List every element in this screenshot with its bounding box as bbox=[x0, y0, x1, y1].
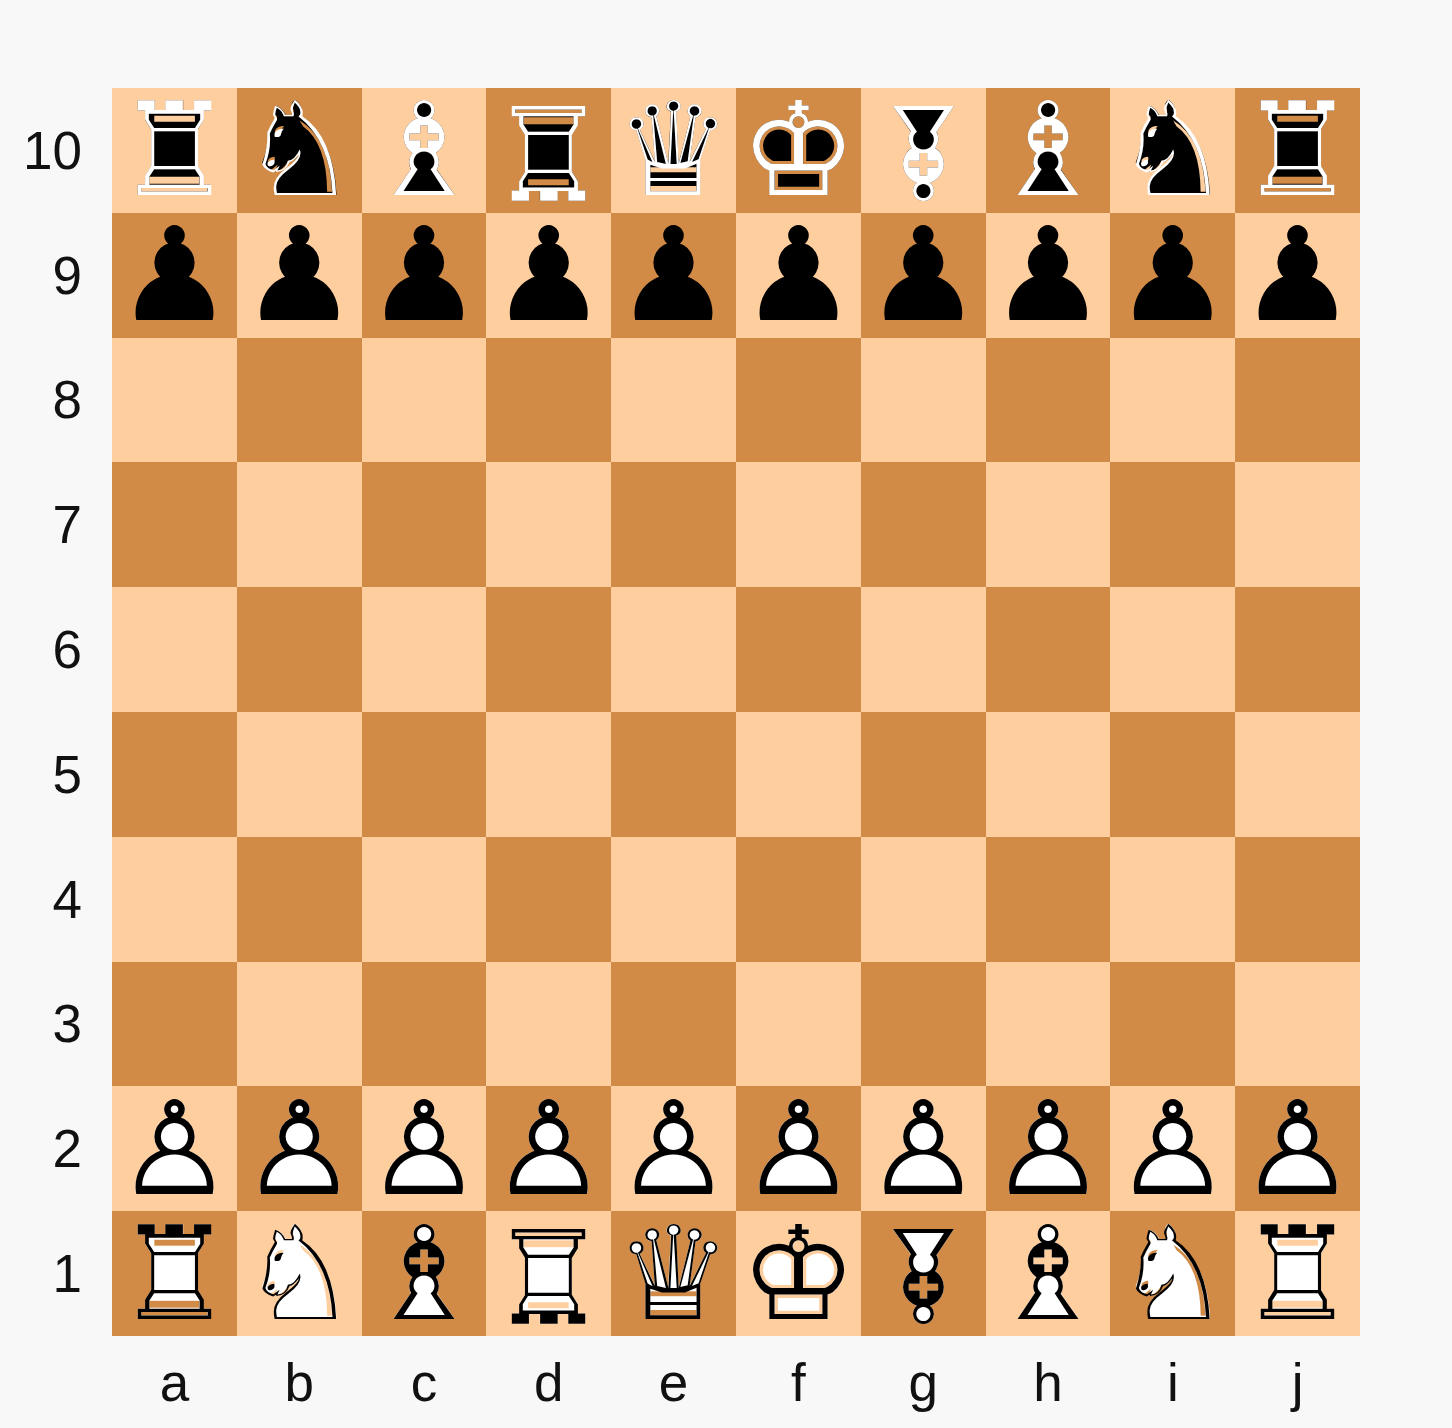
piece-outline: ♗ bbox=[861, 1211, 986, 1336]
white-knight: ♞♘ bbox=[237, 1211, 362, 1336]
square-g3[interactable] bbox=[861, 962, 986, 1087]
black-rook: ♜♖ bbox=[1235, 88, 1360, 213]
piece-outline: ♖ bbox=[486, 1211, 611, 1336]
square-c6[interactable] bbox=[362, 587, 487, 712]
square-f9[interactable]: ♟ bbox=[736, 213, 861, 338]
square-g6[interactable] bbox=[861, 587, 986, 712]
piece-fill: ♟ bbox=[861, 213, 986, 338]
black-pawn: ♟ bbox=[112, 213, 237, 338]
black-bishop: ♝♗ bbox=[362, 88, 487, 213]
white-pawn: ♟♙ bbox=[112, 1086, 237, 1211]
square-e10[interactable]: ♛♕ bbox=[611, 88, 736, 213]
square-e3[interactable] bbox=[611, 962, 736, 1087]
square-j2[interactable]: ♟♙ bbox=[1235, 1086, 1360, 1211]
square-i6[interactable] bbox=[1110, 587, 1235, 712]
square-h3[interactable] bbox=[986, 962, 1111, 1087]
rank-label-3: 3 bbox=[0, 962, 112, 1087]
square-f1[interactable]: ♚♔ bbox=[736, 1211, 861, 1336]
piece-fill: ♟ bbox=[1235, 213, 1360, 338]
square-i3[interactable] bbox=[1110, 962, 1235, 1087]
piece-outline: ♖ bbox=[112, 88, 237, 213]
square-h7[interactable] bbox=[986, 462, 1111, 587]
square-a7[interactable] bbox=[112, 462, 237, 587]
white-pawn: ♟♙ bbox=[486, 1086, 611, 1211]
black-knight: ♞♘ bbox=[237, 88, 362, 213]
square-d10[interactable]: ♜♖ bbox=[486, 88, 611, 213]
square-j6[interactable] bbox=[1235, 587, 1360, 712]
black-pawn: ♟ bbox=[1235, 213, 1360, 338]
file-labels: abcdefghij bbox=[112, 1336, 1360, 1428]
board: ♜♖♞♘♝♗♜♖♛♕♚♔♝♗♝♗♞♘♜♖♟♟♟♟♟♟♟♟♟♟♟♙♟♙♟♙♟♙♟♙… bbox=[112, 88, 1360, 1336]
square-c8[interactable] bbox=[362, 338, 487, 463]
square-g4[interactable] bbox=[861, 837, 986, 962]
black-pawn: ♟ bbox=[736, 213, 861, 338]
square-e8[interactable] bbox=[611, 338, 736, 463]
square-g9[interactable]: ♟ bbox=[861, 213, 986, 338]
square-d4[interactable] bbox=[486, 837, 611, 962]
black-pawn: ♟ bbox=[237, 213, 362, 338]
square-i9[interactable]: ♟ bbox=[1110, 213, 1235, 338]
piece-outline: ♙ bbox=[486, 1086, 611, 1211]
black-pawn: ♟ bbox=[611, 213, 736, 338]
rank-label-4: 4 bbox=[0, 837, 112, 962]
file-label-a: a bbox=[112, 1336, 237, 1428]
black-pawn: ♟ bbox=[486, 213, 611, 338]
piece-fill: ♟ bbox=[1110, 213, 1235, 338]
piece-fill: ♟ bbox=[362, 213, 487, 338]
square-a9[interactable]: ♟ bbox=[112, 213, 237, 338]
file-label-g: g bbox=[861, 1336, 986, 1428]
square-b2[interactable]: ♟♙ bbox=[237, 1086, 362, 1211]
white-pawn: ♟♙ bbox=[362, 1086, 487, 1211]
square-b9[interactable]: ♟ bbox=[237, 213, 362, 338]
square-f3[interactable] bbox=[736, 962, 861, 1087]
white-pawn: ♟♙ bbox=[861, 1086, 986, 1211]
square-d7[interactable] bbox=[486, 462, 611, 587]
square-i8[interactable] bbox=[1110, 338, 1235, 463]
white-rook: ♜♖ bbox=[112, 1211, 237, 1336]
square-h6[interactable] bbox=[986, 587, 1111, 712]
square-i4[interactable] bbox=[1110, 837, 1235, 962]
piece-outline: ♙ bbox=[1235, 1086, 1360, 1211]
piece-outline: ♘ bbox=[1110, 88, 1235, 213]
square-a2[interactable]: ♟♙ bbox=[112, 1086, 237, 1211]
black-pawn: ♟ bbox=[362, 213, 487, 338]
square-f7[interactable] bbox=[736, 462, 861, 587]
square-d9[interactable]: ♟ bbox=[486, 213, 611, 338]
piece-outline: ♘ bbox=[1110, 1211, 1235, 1336]
square-b8[interactable] bbox=[237, 338, 362, 463]
square-d5[interactable] bbox=[486, 712, 611, 837]
square-f2[interactable]: ♟♙ bbox=[736, 1086, 861, 1211]
file-label-i: i bbox=[1110, 1336, 1235, 1428]
white-pawn: ♟♙ bbox=[237, 1086, 362, 1211]
square-c5[interactable] bbox=[362, 712, 487, 837]
square-h2[interactable]: ♟♙ bbox=[986, 1086, 1111, 1211]
piece-outline: ♙ bbox=[362, 1086, 487, 1211]
piece-outline: ♖ bbox=[112, 1211, 237, 1336]
rank-labels: 10987654321 bbox=[0, 88, 112, 1336]
square-h1[interactable]: ♝♗ bbox=[986, 1211, 1111, 1336]
square-f5[interactable] bbox=[736, 712, 861, 837]
white-queen: ♛♕ bbox=[611, 1211, 736, 1336]
piece-outline: ♗ bbox=[986, 88, 1111, 213]
square-a4[interactable] bbox=[112, 837, 237, 962]
square-j1[interactable]: ♜♖ bbox=[1235, 1211, 1360, 1336]
square-i10[interactable]: ♞♘ bbox=[1110, 88, 1235, 213]
square-d6[interactable] bbox=[486, 587, 611, 712]
black-archbishop: ♝♗ bbox=[861, 88, 986, 213]
piece-fill: ♟ bbox=[986, 213, 1111, 338]
square-e9[interactable]: ♟ bbox=[611, 213, 736, 338]
black-king: ♚♔ bbox=[736, 88, 861, 213]
black-pawn: ♟ bbox=[861, 213, 986, 338]
piece-outline: ♙ bbox=[986, 1086, 1111, 1211]
piece-outline: ♗ bbox=[362, 1211, 487, 1336]
file-label-h: h bbox=[986, 1336, 1111, 1428]
square-h10[interactable]: ♝♗ bbox=[986, 88, 1111, 213]
square-f8[interactable] bbox=[736, 338, 861, 463]
square-j3[interactable] bbox=[1235, 962, 1360, 1087]
square-g1[interactable]: ♝♗ bbox=[861, 1211, 986, 1336]
white-pawn: ♟♙ bbox=[611, 1086, 736, 1211]
black-pawn: ♟ bbox=[986, 213, 1111, 338]
piece-outline: ♕ bbox=[611, 1211, 736, 1336]
black-bishop: ♝♗ bbox=[986, 88, 1111, 213]
square-i7[interactable] bbox=[1110, 462, 1235, 587]
square-i2[interactable]: ♟♙ bbox=[1110, 1086, 1235, 1211]
piece-outline: ♗ bbox=[861, 88, 986, 213]
square-a8[interactable] bbox=[112, 338, 237, 463]
piece-outline: ♙ bbox=[237, 1086, 362, 1211]
square-c3[interactable] bbox=[362, 962, 487, 1087]
piece-outline: ♕ bbox=[611, 88, 736, 213]
square-j10[interactable]: ♜♖ bbox=[1235, 88, 1360, 213]
square-a1[interactable]: ♜♖ bbox=[112, 1211, 237, 1336]
file-label-e: e bbox=[611, 1336, 736, 1428]
black-queen: ♛♕ bbox=[611, 88, 736, 213]
white-pawn: ♟♙ bbox=[1235, 1086, 1360, 1211]
white-chancellor: ♜♖ bbox=[486, 1211, 611, 1336]
white-rook: ♜♖ bbox=[1235, 1211, 1360, 1336]
square-b7[interactable] bbox=[237, 462, 362, 587]
square-f6[interactable] bbox=[736, 587, 861, 712]
square-a10[interactable]: ♜♖ bbox=[112, 88, 237, 213]
piece-outline: ♗ bbox=[362, 88, 487, 213]
rank-label-6: 6 bbox=[0, 587, 112, 712]
piece-outline: ♙ bbox=[611, 1086, 736, 1211]
piece-outline: ♘ bbox=[237, 1211, 362, 1336]
white-pawn: ♟♙ bbox=[986, 1086, 1111, 1211]
square-b5[interactable] bbox=[237, 712, 362, 837]
square-b4[interactable] bbox=[237, 837, 362, 962]
square-c10[interactable]: ♝♗ bbox=[362, 88, 487, 213]
square-c2[interactable]: ♟♙ bbox=[362, 1086, 487, 1211]
piece-outline: ♙ bbox=[112, 1086, 237, 1211]
square-g7[interactable] bbox=[861, 462, 986, 587]
black-chancellor: ♜♖ bbox=[486, 88, 611, 213]
rank-label-7: 7 bbox=[0, 462, 112, 587]
square-j9[interactable]: ♟ bbox=[1235, 213, 1360, 338]
white-archbishop: ♝♗ bbox=[861, 1211, 986, 1336]
black-pawn: ♟ bbox=[1110, 213, 1235, 338]
square-e1[interactable]: ♛♕ bbox=[611, 1211, 736, 1336]
black-rook: ♜♖ bbox=[112, 88, 237, 213]
piece-outline: ♘ bbox=[237, 88, 362, 213]
piece-outline: ♖ bbox=[1235, 88, 1360, 213]
black-knight: ♞♘ bbox=[1110, 88, 1235, 213]
square-j7[interactable] bbox=[1235, 462, 1360, 587]
chess-variant-diagram: 10987654321 ♜♖♞♘♝♗♜♖♛♕♚♔♝♗♝♗♞♘♜♖♟♟♟♟♟♟♟♟… bbox=[0, 0, 1452, 1428]
rank-label-10: 10 bbox=[0, 88, 112, 213]
piece-fill: ♟ bbox=[486, 213, 611, 338]
file-label-j: j bbox=[1235, 1336, 1360, 1428]
square-g2[interactable]: ♟♙ bbox=[861, 1086, 986, 1211]
white-king: ♚♔ bbox=[736, 1211, 861, 1336]
square-b1[interactable]: ♞♘ bbox=[237, 1211, 362, 1336]
white-bishop: ♝♗ bbox=[986, 1211, 1111, 1336]
rank-label-5: 5 bbox=[0, 712, 112, 837]
white-pawn: ♟♙ bbox=[736, 1086, 861, 1211]
square-d1[interactable]: ♜♖ bbox=[486, 1211, 611, 1336]
file-label-c: c bbox=[362, 1336, 487, 1428]
square-c7[interactable] bbox=[362, 462, 487, 587]
square-h5[interactable] bbox=[986, 712, 1111, 837]
piece-fill: ♟ bbox=[611, 213, 736, 338]
rank-label-1: 1 bbox=[0, 1211, 112, 1336]
square-a6[interactable] bbox=[112, 587, 237, 712]
square-b10[interactable]: ♞♘ bbox=[237, 88, 362, 213]
file-label-f: f bbox=[736, 1336, 861, 1428]
square-f10[interactable]: ♚♔ bbox=[736, 88, 861, 213]
piece-outline: ♙ bbox=[861, 1086, 986, 1211]
square-e6[interactable] bbox=[611, 587, 736, 712]
square-e4[interactable] bbox=[611, 837, 736, 962]
white-bishop: ♝♗ bbox=[362, 1211, 487, 1336]
square-j4[interactable] bbox=[1235, 837, 1360, 962]
square-d8[interactable] bbox=[486, 338, 611, 463]
file-label-b: b bbox=[237, 1336, 362, 1428]
square-h4[interactable] bbox=[986, 837, 1111, 962]
square-e2[interactable]: ♟♙ bbox=[611, 1086, 736, 1211]
square-f4[interactable] bbox=[736, 837, 861, 962]
square-h9[interactable]: ♟ bbox=[986, 213, 1111, 338]
square-e7[interactable] bbox=[611, 462, 736, 587]
rank-label-8: 8 bbox=[0, 338, 112, 463]
square-h8[interactable] bbox=[986, 338, 1111, 463]
square-g5[interactable] bbox=[861, 712, 986, 837]
square-b3[interactable] bbox=[237, 962, 362, 1087]
piece-outline: ♖ bbox=[1235, 1211, 1360, 1336]
square-e5[interactable] bbox=[611, 712, 736, 837]
file-label-d: d bbox=[486, 1336, 611, 1428]
square-j8[interactable] bbox=[1235, 338, 1360, 463]
square-d2[interactable]: ♟♙ bbox=[486, 1086, 611, 1211]
piece-outline: ♖ bbox=[486, 88, 611, 213]
square-g8[interactable] bbox=[861, 338, 986, 463]
square-c9[interactable]: ♟ bbox=[362, 213, 487, 338]
piece-fill: ♟ bbox=[112, 213, 237, 338]
piece-outline: ♙ bbox=[1110, 1086, 1235, 1211]
piece-outline: ♔ bbox=[736, 1211, 861, 1336]
square-i5[interactable] bbox=[1110, 712, 1235, 837]
square-d3[interactable] bbox=[486, 962, 611, 1087]
square-c1[interactable]: ♝♗ bbox=[362, 1211, 487, 1336]
white-knight: ♞♘ bbox=[1110, 1211, 1235, 1336]
rank-label-9: 9 bbox=[0, 213, 112, 338]
piece-outline: ♗ bbox=[986, 1211, 1111, 1336]
white-pawn: ♟♙ bbox=[1110, 1086, 1235, 1211]
piece-fill: ♟ bbox=[237, 213, 362, 338]
square-g10[interactable]: ♝♗ bbox=[861, 88, 986, 213]
piece-outline: ♔ bbox=[736, 88, 861, 213]
square-j5[interactable] bbox=[1235, 712, 1360, 837]
piece-fill: ♟ bbox=[736, 213, 861, 338]
square-b6[interactable] bbox=[237, 587, 362, 712]
piece-outline: ♙ bbox=[736, 1086, 861, 1211]
rank-label-2: 2 bbox=[0, 1086, 112, 1211]
square-i1[interactable]: ♞♘ bbox=[1110, 1211, 1235, 1336]
square-a3[interactable] bbox=[112, 962, 237, 1087]
square-c4[interactable] bbox=[362, 837, 487, 962]
square-a5[interactable] bbox=[112, 712, 237, 837]
